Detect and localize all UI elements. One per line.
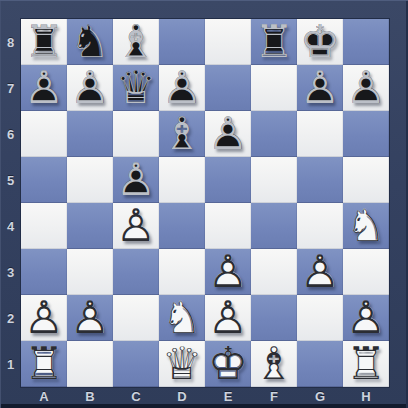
file-label-e: E	[205, 387, 251, 406]
square-d1[interactable]: ♛♕	[159, 341, 205, 387]
square-f8[interactable]: ♜♖	[251, 19, 297, 65]
square-c2[interactable]	[113, 295, 159, 341]
white-knight-d2[interactable]: ♞♘	[159, 295, 205, 341]
square-a6[interactable]	[21, 111, 67, 157]
square-b2[interactable]: ♟♙	[67, 295, 113, 341]
piece-outline: ♙	[113, 157, 159, 203]
black-pawn-c5[interactable]: ♟♙	[113, 157, 159, 203]
square-c6[interactable]	[113, 111, 159, 157]
white-pawn-e3[interactable]: ♟♙	[205, 249, 251, 295]
white-pawn-b2[interactable]: ♟♙	[67, 295, 113, 341]
black-bishop-c8[interactable]: ♝♗	[113, 19, 159, 65]
white-pawn-c4[interactable]: ♟♙	[113, 203, 159, 249]
piece-outline: ♖	[343, 341, 389, 387]
square-a7[interactable]: ♟♙	[21, 65, 67, 111]
square-e1[interactable]: ♚♔	[205, 341, 251, 387]
black-king-g8[interactable]: ♚♔	[297, 19, 343, 65]
piece-outline: ♖	[251, 19, 297, 65]
square-h6[interactable]	[343, 111, 389, 157]
piece-outline: ♔	[205, 341, 251, 387]
rank-label-2: 2	[0, 295, 21, 341]
square-c8[interactable]: ♝♗	[113, 19, 159, 65]
piece-outline: ♙	[67, 65, 113, 111]
file-labels: ABCDEFGH	[21, 387, 389, 408]
rank-label-1: 1	[0, 341, 21, 387]
board-frame: 87654321 ♜♖♞♘♝♗♜♖♚♔♟♙♟♙♛♕♟♙♟♙♟♙♝♗♟♙♟♙♟♙♞…	[0, 0, 408, 408]
black-knight-b8[interactable]: ♞♘	[67, 19, 113, 65]
square-b1[interactable]	[67, 341, 113, 387]
square-f1[interactable]: ♝♗	[251, 341, 297, 387]
square-g1[interactable]	[297, 341, 343, 387]
piece-outline: ♗	[251, 341, 297, 387]
piece-outline: ♙	[113, 203, 159, 249]
square-h5[interactable]	[343, 157, 389, 203]
black-pawn-e6[interactable]: ♟♙	[205, 111, 251, 157]
white-knight-h4[interactable]: ♞♘	[343, 203, 389, 249]
piece-outline: ♖	[21, 341, 67, 387]
square-e3[interactable]: ♟♙	[205, 249, 251, 295]
square-d5[interactable]	[159, 157, 205, 203]
square-d7[interactable]: ♟♙	[159, 65, 205, 111]
square-b4[interactable]	[67, 203, 113, 249]
square-g8[interactable]: ♚♔	[297, 19, 343, 65]
square-e4[interactable]	[205, 203, 251, 249]
piece-outline: ♕	[159, 341, 205, 387]
piece-outline: ♙	[159, 65, 205, 111]
piece-outline: ♕	[113, 65, 159, 111]
square-c3[interactable]	[113, 249, 159, 295]
square-g6[interactable]	[297, 111, 343, 157]
piece-outline: ♙	[21, 295, 67, 341]
square-a5[interactable]	[21, 157, 67, 203]
black-pawn-b7[interactable]: ♟♙	[67, 65, 113, 111]
square-b8[interactable]: ♞♘	[67, 19, 113, 65]
square-c5[interactable]: ♟♙	[113, 157, 159, 203]
square-e6[interactable]: ♟♙	[205, 111, 251, 157]
black-queen-c7[interactable]: ♛♕	[113, 65, 159, 111]
square-h2[interactable]: ♟♙	[343, 295, 389, 341]
black-pawn-a7[interactable]: ♟♙	[21, 65, 67, 111]
square-h1[interactable]: ♜♖	[343, 341, 389, 387]
piece-outline: ♙	[205, 295, 251, 341]
piece-outline: ♘	[159, 295, 205, 341]
file-label-c: C	[113, 387, 159, 406]
white-pawn-g3[interactable]: ♟♙	[297, 249, 343, 295]
white-pawn-e2[interactable]: ♟♙	[205, 295, 251, 341]
square-a3[interactable]	[21, 249, 67, 295]
square-a8[interactable]: ♜♖	[21, 19, 67, 65]
white-pawn-a2[interactable]: ♟♙	[21, 295, 67, 341]
square-f5[interactable]	[251, 157, 297, 203]
piece-outline: ♙	[21, 65, 67, 111]
square-b7[interactable]: ♟♙	[67, 65, 113, 111]
rank-label-7: 7	[0, 65, 21, 111]
square-c4[interactable]: ♟♙	[113, 203, 159, 249]
square-f2[interactable]	[251, 295, 297, 341]
piece-outline: ♗	[113, 19, 159, 65]
square-f3[interactable]	[251, 249, 297, 295]
black-rook-f8[interactable]: ♜♖	[251, 19, 297, 65]
file-label-f: F	[251, 387, 297, 406]
piece-outline: ♙	[205, 111, 251, 157]
square-c1[interactable]	[113, 341, 159, 387]
rank-labels: 87654321	[0, 19, 21, 387]
piece-outline: ♙	[205, 249, 251, 295]
square-b6[interactable]	[67, 111, 113, 157]
square-g3[interactable]: ♟♙	[297, 249, 343, 295]
square-d4[interactable]	[159, 203, 205, 249]
square-a1[interactable]: ♜♖	[21, 341, 67, 387]
rank-label-3: 3	[0, 249, 21, 295]
rank-label-8: 8	[0, 19, 21, 65]
white-king-e1[interactable]: ♚♔	[205, 341, 251, 387]
square-g7[interactable]: ♟♙	[297, 65, 343, 111]
square-d2[interactable]: ♞♘	[159, 295, 205, 341]
square-g5[interactable]	[297, 157, 343, 203]
square-d8[interactable]	[159, 19, 205, 65]
piece-outline: ♙	[297, 65, 343, 111]
black-pawn-g7[interactable]: ♟♙	[297, 65, 343, 111]
square-h3[interactable]	[343, 249, 389, 295]
file-label-a: A	[21, 387, 67, 406]
white-pawn-h2[interactable]: ♟♙	[343, 295, 389, 341]
white-rook-h1[interactable]: ♜♖	[343, 341, 389, 387]
square-a4[interactable]	[21, 203, 67, 249]
square-h8[interactable]	[343, 19, 389, 65]
piece-outline: ♗	[159, 111, 205, 157]
black-bishop-d6[interactable]: ♝♗	[159, 111, 205, 157]
square-d3[interactable]	[159, 249, 205, 295]
file-label-g: G	[297, 387, 343, 406]
black-pawn-h7[interactable]: ♟♙	[343, 65, 389, 111]
square-h7[interactable]: ♟♙	[343, 65, 389, 111]
square-g2[interactable]	[297, 295, 343, 341]
white-bishop-f1[interactable]: ♝♗	[251, 341, 297, 387]
piece-outline: ♙	[343, 65, 389, 111]
piece-outline: ♙	[343, 295, 389, 341]
piece-outline: ♘	[67, 19, 113, 65]
piece-outline: ♙	[297, 249, 343, 295]
white-queen-d1[interactable]: ♛♕	[159, 341, 205, 387]
square-a2[interactable]: ♟♙	[21, 295, 67, 341]
square-f4[interactable]	[251, 203, 297, 249]
square-f6[interactable]	[251, 111, 297, 157]
square-f7[interactable]	[251, 65, 297, 111]
rank-label-6: 6	[0, 111, 21, 157]
square-e5[interactable]	[205, 157, 251, 203]
piece-outline: ♙	[67, 295, 113, 341]
square-g4[interactable]	[297, 203, 343, 249]
rank-label-4: 4	[0, 203, 21, 249]
square-b3[interactable]	[67, 249, 113, 295]
file-label-d: D	[159, 387, 205, 406]
square-c7[interactable]: ♛♕	[113, 65, 159, 111]
piece-outline: ♘	[343, 203, 389, 249]
square-h4[interactable]: ♞♘	[343, 203, 389, 249]
square-e2[interactable]: ♟♙	[205, 295, 251, 341]
rank-label-5: 5	[0, 157, 21, 203]
square-e8[interactable]	[205, 19, 251, 65]
chess-board[interactable]: ♜♖♞♘♝♗♜♖♚♔♟♙♟♙♛♕♟♙♟♙♟♙♝♗♟♙♟♙♟♙♞♘♟♙♟♙♟♙♟♙…	[21, 19, 389, 387]
file-label-b: B	[67, 387, 113, 406]
white-rook-a1[interactable]: ♜♖	[21, 341, 67, 387]
square-d6[interactable]: ♝♗	[159, 111, 205, 157]
black-pawn-d7[interactable]: ♟♙	[159, 65, 205, 111]
square-e7[interactable]	[205, 65, 251, 111]
piece-outline: ♔	[297, 19, 343, 65]
piece-outline: ♖	[21, 19, 67, 65]
file-label-h: H	[343, 387, 389, 406]
black-rook-a8[interactable]: ♜♖	[21, 19, 67, 65]
square-b5[interactable]	[67, 157, 113, 203]
